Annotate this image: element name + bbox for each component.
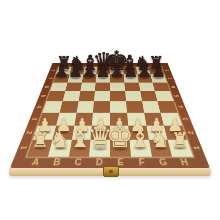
- square-e2: [110, 125, 129, 140]
- rank-label-right-7: 7: [162, 76, 178, 81]
- square-e1: [110, 140, 131, 157]
- rank-label-left-8: 8: [46, 68, 61, 72]
- square-d2: [91, 125, 110, 140]
- square-d3: [92, 113, 110, 126]
- file-label-f: F: [131, 157, 154, 168]
- rank-label-right-4: 4: [171, 103, 190, 110]
- square-f6: [124, 82, 140, 91]
- square-d7: [96, 74, 110, 82]
- square-e7: [110, 74, 124, 82]
- square-e5: [110, 91, 126, 101]
- rank-label-right-3: 3: [175, 115, 195, 123]
- rank-label-right-1: 1: [184, 143, 208, 153]
- square-e4: [110, 101, 127, 112]
- square-c3: [74, 113, 93, 126]
- square-d8: [96, 67, 110, 74]
- photo-stage: ABCDEFGH 87654321 87654321 ♜♞♝♛♚♝♞♜♟♟♟♟♟…: [0, 0, 220, 220]
- square-f5: [125, 91, 142, 101]
- square-c5: [78, 91, 95, 101]
- rank-label-right-8: 8: [159, 68, 174, 72]
- square-d6: [95, 82, 110, 91]
- rank-label-right-5: 5: [168, 93, 186, 99]
- square-d5: [94, 91, 110, 101]
- rank-label-left-3: 3: [25, 115, 45, 123]
- square-c7: [82, 74, 97, 82]
- rank-label-left-5: 5: [35, 93, 53, 99]
- rank-label-left-4: 4: [30, 103, 49, 110]
- square-c6: [80, 82, 96, 91]
- square-e6: [110, 82, 125, 91]
- file-label-h: H: [172, 157, 197, 168]
- square-c4: [76, 101, 94, 112]
- brass-clasp-icon: [103, 166, 119, 177]
- square-e3: [110, 113, 128, 126]
- rank-label-right-2: 2: [179, 128, 201, 137]
- rank-label-left-7: 7: [43, 76, 59, 81]
- chess-board: ABCDEFGH 87654321 87654321: [10, 63, 210, 168]
- square-d1: [89, 140, 110, 157]
- rank-label-left-6: 6: [39, 84, 56, 89]
- square-f8: [123, 67, 137, 74]
- square-e8: [110, 67, 124, 74]
- file-label-b: B: [45, 157, 69, 168]
- rank-label-right-6: 6: [165, 84, 182, 89]
- square-d4: [93, 101, 110, 112]
- square-c8: [83, 67, 97, 74]
- square-f7: [124, 74, 139, 82]
- square-c1: [68, 140, 90, 157]
- rank-label-left-1: 1: [12, 143, 36, 153]
- square-f4: [126, 101, 144, 112]
- file-label-c: C: [67, 157, 90, 168]
- rank-label-left-2: 2: [19, 128, 41, 137]
- square-c2: [71, 125, 92, 140]
- file-label-g: G: [152, 157, 176, 168]
